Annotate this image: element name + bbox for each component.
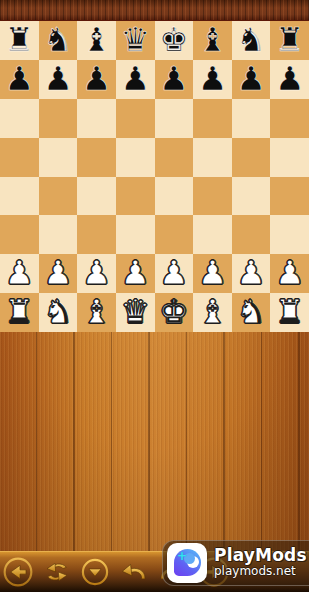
square-d4[interactable]	[116, 177, 155, 216]
black-bishop: ♝	[198, 23, 228, 56]
square-f3[interactable]	[193, 215, 232, 254]
chess-app-screen: ♜♞♝♛♚♝♞♜♟♟♟♟♟♟♟♟♟♟♟♟♟♟♟♟♜♞♝♛♚♝♞♜	[0, 0, 309, 592]
black-pawn: ♟	[159, 62, 189, 95]
square-b1[interactable]: ♞	[39, 293, 78, 332]
square-b6[interactable]	[39, 99, 78, 138]
square-e6[interactable]	[155, 99, 194, 138]
square-b5[interactable]	[39, 138, 78, 177]
square-g8[interactable]: ♞	[232, 21, 271, 60]
white-pawn: ♟	[159, 256, 189, 289]
square-f4[interactable]	[193, 177, 232, 216]
white-rook: ♜	[5, 295, 35, 328]
white-knight: ♞	[43, 295, 73, 328]
square-e2[interactable]: ♟	[155, 254, 194, 293]
square-c1[interactable]: ♝	[77, 293, 116, 332]
white-pawn: ♟	[43, 256, 73, 289]
square-a8[interactable]: ♜	[0, 21, 39, 60]
square-f6[interactable]	[193, 99, 232, 138]
ad-title: PlayMods	[214, 547, 307, 565]
square-e5[interactable]	[155, 138, 194, 177]
square-a4[interactable]	[0, 177, 39, 216]
white-pawn: ♟	[236, 256, 266, 289]
logo-plus-sparkle: +	[177, 550, 187, 562]
square-e7[interactable]: ♟	[155, 60, 194, 99]
black-bishop: ♝	[82, 23, 112, 56]
flip-board-icon[interactable]	[41, 556, 73, 588]
square-a6[interactable]	[0, 99, 39, 138]
playmods-ad-overlay[interactable]: + PlayMods playmods.net	[162, 540, 309, 586]
square-g2[interactable]: ♟	[232, 254, 271, 293]
square-a7[interactable]: ♟	[0, 60, 39, 99]
black-pawn: ♟	[43, 62, 73, 95]
chess-board: ♜♞♝♛♚♝♞♜♟♟♟♟♟♟♟♟♟♟♟♟♟♟♟♟♜♞♝♛♚♝♞♜	[0, 21, 309, 332]
square-d8[interactable]: ♛	[116, 21, 155, 60]
black-pawn: ♟	[120, 62, 150, 95]
white-pawn: ♟	[82, 256, 112, 289]
square-h7[interactable]: ♟	[270, 60, 309, 99]
black-rook: ♜	[275, 23, 305, 56]
square-c4[interactable]	[77, 177, 116, 216]
square-a3[interactable]	[0, 215, 39, 254]
top-wood-strip	[0, 0, 309, 21]
square-b3[interactable]	[39, 215, 78, 254]
square-d5[interactable]	[116, 138, 155, 177]
ad-subtitle: playmods.net	[214, 565, 307, 579]
black-knight: ♞	[236, 23, 266, 56]
square-g1[interactable]: ♞	[232, 293, 271, 332]
black-pawn: ♟	[5, 62, 35, 95]
white-pawn: ♟	[5, 256, 35, 289]
square-h8[interactable]: ♜	[270, 21, 309, 60]
square-g3[interactable]	[232, 215, 271, 254]
logo-chat-bubble: +	[174, 549, 201, 576]
undo-icon[interactable]	[118, 556, 151, 589]
square-b4[interactable]	[39, 177, 78, 216]
white-pawn: ♟	[120, 256, 150, 289]
square-c7[interactable]: ♟	[77, 60, 116, 99]
black-pawn: ♟	[275, 62, 305, 95]
white-pawn: ♟	[198, 256, 228, 289]
square-d3[interactable]	[116, 215, 155, 254]
square-b2[interactable]: ♟	[39, 254, 78, 293]
black-pawn: ♟	[236, 62, 266, 95]
square-c2[interactable]: ♟	[77, 254, 116, 293]
white-rook: ♜	[275, 295, 305, 328]
square-d7[interactable]: ♟	[116, 60, 155, 99]
square-e8[interactable]: ♚	[155, 21, 194, 60]
black-rook: ♜	[5, 23, 35, 56]
square-h5[interactable]	[270, 138, 309, 177]
square-h6[interactable]	[270, 99, 309, 138]
menu-down-icon[interactable]	[81, 558, 110, 587]
square-a1[interactable]: ♜	[0, 293, 39, 332]
white-knight: ♞	[236, 295, 266, 328]
square-c8[interactable]: ♝	[77, 21, 116, 60]
square-g4[interactable]	[232, 177, 271, 216]
square-f8[interactable]: ♝	[193, 21, 232, 60]
playmods-logo-icon: +	[167, 543, 207, 583]
square-d2[interactable]: ♟	[116, 254, 155, 293]
square-g5[interactable]	[232, 138, 271, 177]
square-a5[interactable]	[0, 138, 39, 177]
square-c3[interactable]	[77, 215, 116, 254]
square-f1[interactable]: ♝	[193, 293, 232, 332]
square-a2[interactable]: ♟	[0, 254, 39, 293]
black-queen: ♛	[120, 23, 150, 56]
black-king: ♚	[159, 23, 189, 56]
square-f2[interactable]: ♟	[193, 254, 232, 293]
white-pawn: ♟	[275, 256, 305, 289]
square-g6[interactable]	[232, 99, 271, 138]
square-h2[interactable]: ♟	[270, 254, 309, 293]
white-king: ♚	[159, 295, 189, 328]
square-e4[interactable]	[155, 177, 194, 216]
square-d6[interactable]	[116, 99, 155, 138]
square-h4[interactable]	[270, 177, 309, 216]
square-f5[interactable]	[193, 138, 232, 177]
square-e1[interactable]: ♚	[155, 293, 194, 332]
square-g7[interactable]: ♟	[232, 60, 271, 99]
white-bishop: ♝	[198, 295, 228, 328]
square-c5[interactable]	[77, 138, 116, 177]
square-c6[interactable]	[77, 99, 116, 138]
white-bishop: ♝	[82, 295, 112, 328]
square-f7[interactable]: ♟	[193, 60, 232, 99]
square-h3[interactable]	[270, 215, 309, 254]
black-pawn: ♟	[198, 62, 228, 95]
square-b8[interactable]: ♞	[39, 21, 78, 60]
back-icon[interactable]	[2, 556, 34, 588]
white-queen: ♛	[120, 295, 150, 328]
square-d1[interactable]: ♛	[116, 293, 155, 332]
square-b7[interactable]: ♟	[39, 60, 78, 99]
black-knight: ♞	[43, 23, 73, 56]
black-pawn: ♟	[82, 62, 112, 95]
square-h1[interactable]: ♜	[270, 293, 309, 332]
square-e3[interactable]	[155, 215, 194, 254]
